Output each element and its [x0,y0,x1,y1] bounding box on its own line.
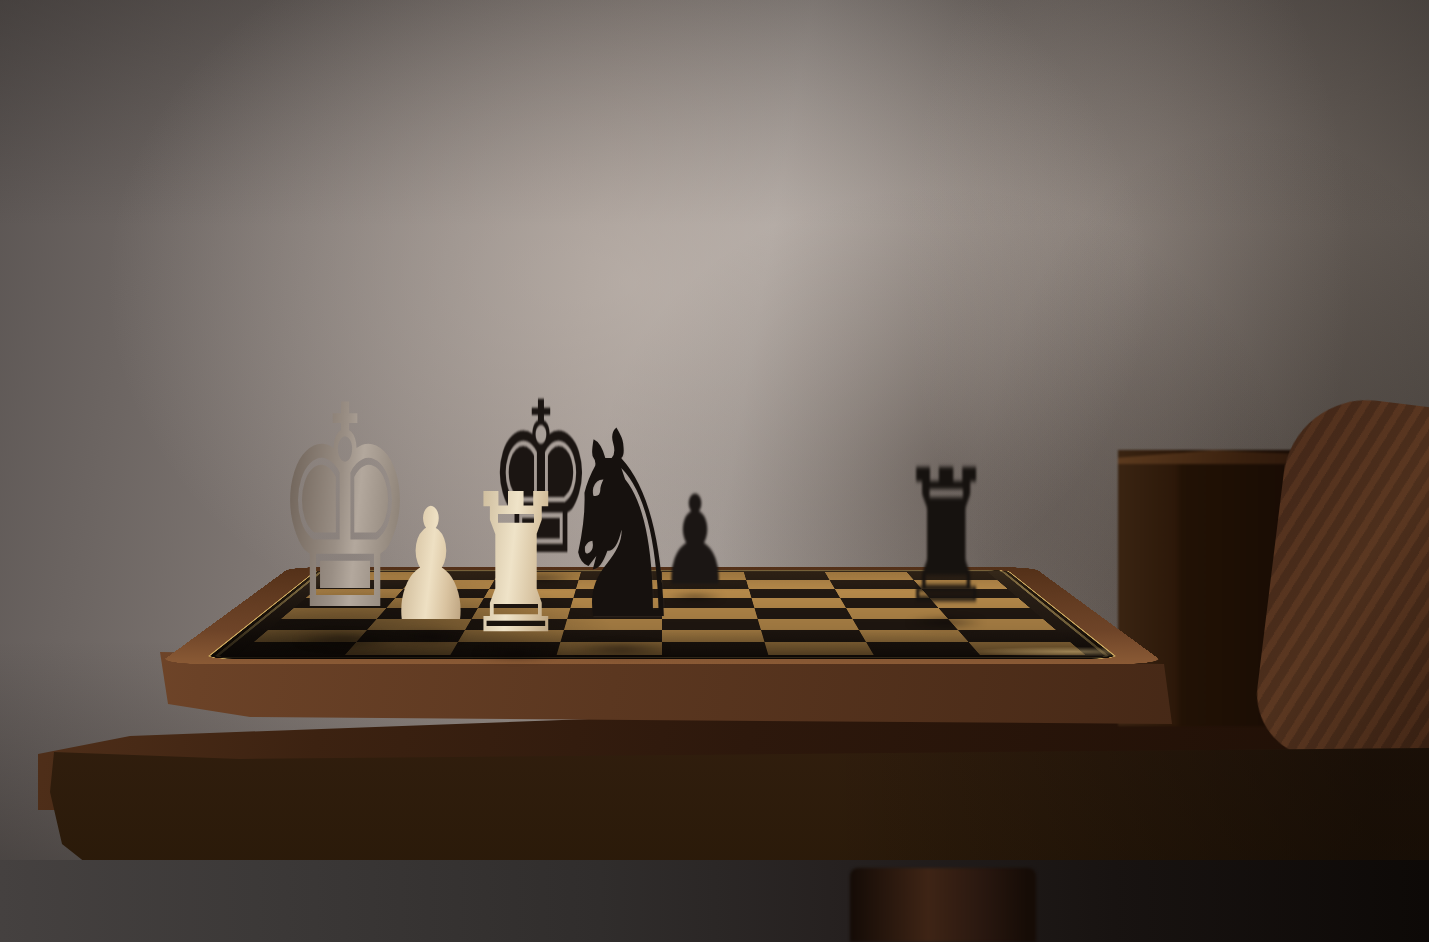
table-leg [850,868,1036,942]
square-f6[interactable] [748,589,840,598]
square-f4[interactable] [754,608,852,619]
black-rook-piece[interactable]: ♜ [898,445,994,629]
white-pawn-piece[interactable]: ♟ [387,488,476,643]
square-f5[interactable] [751,598,846,608]
white-rook-piece[interactable]: ♜ [464,469,567,661]
square-h1[interactable] [968,642,1085,655]
square-f7[interactable] [746,580,835,589]
black-knight-piece[interactable]: ♞ [554,398,688,656]
square-f2[interactable] [760,630,866,642]
under-table-shadow [0,860,1429,942]
chess-set-photo: ♚♟♜♚♞♟♜ [0,0,1429,942]
square-f8[interactable] [743,572,829,580]
square-f3[interactable] [757,619,859,630]
square-g1[interactable] [866,642,980,655]
square-f1[interactable] [764,642,874,655]
